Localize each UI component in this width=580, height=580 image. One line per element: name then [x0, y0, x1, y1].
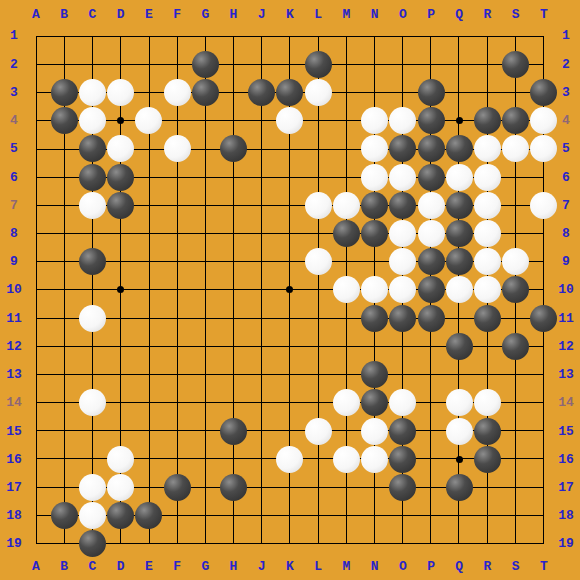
- point-D10[interactable]: [107, 276, 135, 304]
- point-L17[interactable]: [304, 473, 332, 501]
- point-C12[interactable]: [78, 332, 106, 360]
- point-Q19[interactable]: [445, 530, 473, 558]
- point-P4[interactable]: [417, 107, 445, 135]
- point-J4[interactable]: [248, 107, 276, 135]
- point-T2[interactable]: [530, 50, 558, 78]
- point-C5[interactable]: [78, 135, 106, 163]
- point-G5[interactable]: [191, 135, 219, 163]
- point-L7[interactable]: [304, 191, 332, 219]
- point-R13[interactable]: [473, 361, 501, 389]
- point-H1[interactable]: [219, 22, 247, 50]
- point-E17[interactable]: [135, 473, 163, 501]
- point-J16[interactable]: [248, 445, 276, 473]
- point-K4[interactable]: [276, 107, 304, 135]
- point-Q6[interactable]: [445, 163, 473, 191]
- point-J6[interactable]: [248, 163, 276, 191]
- point-G7[interactable]: [191, 191, 219, 219]
- point-Q4[interactable]: [445, 107, 473, 135]
- point-M1[interactable]: [332, 22, 360, 50]
- point-T16[interactable]: [530, 445, 558, 473]
- point-A7[interactable]: [22, 191, 50, 219]
- point-L14[interactable]: [304, 389, 332, 417]
- point-H4[interactable]: [219, 107, 247, 135]
- point-K2[interactable]: [276, 50, 304, 78]
- point-C19[interactable]: [78, 530, 106, 558]
- point-H2[interactable]: [219, 50, 247, 78]
- point-N3[interactable]: [361, 78, 389, 106]
- point-P6[interactable]: [417, 163, 445, 191]
- point-M13[interactable]: [332, 361, 360, 389]
- point-B18[interactable]: [50, 502, 78, 530]
- point-M15[interactable]: [332, 417, 360, 445]
- point-O12[interactable]: [389, 332, 417, 360]
- point-J9[interactable]: [248, 248, 276, 276]
- point-E8[interactable]: [135, 219, 163, 247]
- point-C3[interactable]: [78, 78, 106, 106]
- point-T11[interactable]: [530, 304, 558, 332]
- point-H13[interactable]: [219, 361, 247, 389]
- point-Q18[interactable]: [445, 502, 473, 530]
- point-K6[interactable]: [276, 163, 304, 191]
- point-H7[interactable]: [219, 191, 247, 219]
- point-B2[interactable]: [50, 50, 78, 78]
- point-T17[interactable]: [530, 473, 558, 501]
- point-F6[interactable]: [163, 163, 191, 191]
- point-D2[interactable]: [107, 50, 135, 78]
- point-N16[interactable]: [361, 445, 389, 473]
- point-G19[interactable]: [191, 530, 219, 558]
- point-J3[interactable]: [248, 78, 276, 106]
- point-D3[interactable]: [107, 78, 135, 106]
- point-Q16[interactable]: [445, 445, 473, 473]
- point-E16[interactable]: [135, 445, 163, 473]
- point-M16[interactable]: [332, 445, 360, 473]
- point-B13[interactable]: [50, 361, 78, 389]
- point-L3[interactable]: [304, 78, 332, 106]
- point-O6[interactable]: [389, 163, 417, 191]
- point-K1[interactable]: [276, 22, 304, 50]
- point-B4[interactable]: [50, 107, 78, 135]
- point-Q15[interactable]: [445, 417, 473, 445]
- point-E11[interactable]: [135, 304, 163, 332]
- point-Q12[interactable]: [445, 332, 473, 360]
- point-O2[interactable]: [389, 50, 417, 78]
- point-F15[interactable]: [163, 417, 191, 445]
- point-D5[interactable]: [107, 135, 135, 163]
- point-L19[interactable]: [304, 530, 332, 558]
- point-G17[interactable]: [191, 473, 219, 501]
- point-M2[interactable]: [332, 50, 360, 78]
- point-A4[interactable]: [22, 107, 50, 135]
- point-M8[interactable]: [332, 219, 360, 247]
- point-Q8[interactable]: [445, 219, 473, 247]
- point-R9[interactable]: [473, 248, 501, 276]
- point-A8[interactable]: [22, 219, 50, 247]
- point-S19[interactable]: [502, 530, 530, 558]
- point-F4[interactable]: [163, 107, 191, 135]
- point-K12[interactable]: [276, 332, 304, 360]
- point-C13[interactable]: [78, 361, 106, 389]
- point-S12[interactable]: [502, 332, 530, 360]
- point-T14[interactable]: [530, 389, 558, 417]
- point-L11[interactable]: [304, 304, 332, 332]
- point-S7[interactable]: [502, 191, 530, 219]
- point-D7[interactable]: [107, 191, 135, 219]
- point-M19[interactable]: [332, 530, 360, 558]
- point-K3[interactable]: [276, 78, 304, 106]
- point-S16[interactable]: [502, 445, 530, 473]
- point-J14[interactable]: [248, 389, 276, 417]
- point-T18[interactable]: [530, 502, 558, 530]
- point-A3[interactable]: [22, 78, 50, 106]
- point-J2[interactable]: [248, 50, 276, 78]
- point-T9[interactable]: [530, 248, 558, 276]
- point-K9[interactable]: [276, 248, 304, 276]
- point-J10[interactable]: [248, 276, 276, 304]
- point-H19[interactable]: [219, 530, 247, 558]
- point-G9[interactable]: [191, 248, 219, 276]
- point-D16[interactable]: [107, 445, 135, 473]
- point-R8[interactable]: [473, 219, 501, 247]
- point-T15[interactable]: [530, 417, 558, 445]
- point-S15[interactable]: [502, 417, 530, 445]
- point-G11[interactable]: [191, 304, 219, 332]
- point-D1[interactable]: [107, 22, 135, 50]
- point-S2[interactable]: [502, 50, 530, 78]
- point-G10[interactable]: [191, 276, 219, 304]
- point-C9[interactable]: [78, 248, 106, 276]
- point-O3[interactable]: [389, 78, 417, 106]
- point-T1[interactable]: [530, 22, 558, 50]
- point-N14[interactable]: [361, 389, 389, 417]
- point-G2[interactable]: [191, 50, 219, 78]
- point-D12[interactable]: [107, 332, 135, 360]
- point-J18[interactable]: [248, 502, 276, 530]
- point-D11[interactable]: [107, 304, 135, 332]
- point-Q17[interactable]: [445, 473, 473, 501]
- point-L2[interactable]: [304, 50, 332, 78]
- point-Q11[interactable]: [445, 304, 473, 332]
- point-S1[interactable]: [502, 22, 530, 50]
- point-G18[interactable]: [191, 502, 219, 530]
- point-O7[interactable]: [389, 191, 417, 219]
- point-F11[interactable]: [163, 304, 191, 332]
- point-K10[interactable]: [276, 276, 304, 304]
- point-C7[interactable]: [78, 191, 106, 219]
- point-Q9[interactable]: [445, 248, 473, 276]
- point-Q3[interactable]: [445, 78, 473, 106]
- point-R14[interactable]: [473, 389, 501, 417]
- point-T13[interactable]: [530, 361, 558, 389]
- point-K17[interactable]: [276, 473, 304, 501]
- point-L10[interactable]: [304, 276, 332, 304]
- point-F12[interactable]: [163, 332, 191, 360]
- point-M11[interactable]: [332, 304, 360, 332]
- point-L1[interactable]: [304, 22, 332, 50]
- point-R19[interactable]: [473, 530, 501, 558]
- point-K14[interactable]: [276, 389, 304, 417]
- point-O15[interactable]: [389, 417, 417, 445]
- point-S5[interactable]: [502, 135, 530, 163]
- point-K7[interactable]: [276, 191, 304, 219]
- point-O18[interactable]: [389, 502, 417, 530]
- point-H8[interactable]: [219, 219, 247, 247]
- point-T7[interactable]: [530, 191, 558, 219]
- point-K13[interactable]: [276, 361, 304, 389]
- point-P1[interactable]: [417, 22, 445, 50]
- point-A1[interactable]: [22, 22, 50, 50]
- point-O19[interactable]: [389, 530, 417, 558]
- point-S11[interactable]: [502, 304, 530, 332]
- point-J15[interactable]: [248, 417, 276, 445]
- point-M18[interactable]: [332, 502, 360, 530]
- point-F7[interactable]: [163, 191, 191, 219]
- point-F10[interactable]: [163, 276, 191, 304]
- point-P3[interactable]: [417, 78, 445, 106]
- point-L4[interactable]: [304, 107, 332, 135]
- point-G15[interactable]: [191, 417, 219, 445]
- point-B16[interactable]: [50, 445, 78, 473]
- point-T6[interactable]: [530, 163, 558, 191]
- point-A14[interactable]: [22, 389, 50, 417]
- point-P5[interactable]: [417, 135, 445, 163]
- point-A6[interactable]: [22, 163, 50, 191]
- point-A11[interactable]: [22, 304, 50, 332]
- point-P12[interactable]: [417, 332, 445, 360]
- point-O10[interactable]: [389, 276, 417, 304]
- point-E10[interactable]: [135, 276, 163, 304]
- point-E19[interactable]: [135, 530, 163, 558]
- point-G16[interactable]: [191, 445, 219, 473]
- point-B14[interactable]: [50, 389, 78, 417]
- point-N13[interactable]: [361, 361, 389, 389]
- point-F14[interactable]: [163, 389, 191, 417]
- point-E9[interactable]: [135, 248, 163, 276]
- point-P8[interactable]: [417, 219, 445, 247]
- point-S4[interactable]: [502, 107, 530, 135]
- point-R3[interactable]: [473, 78, 501, 106]
- point-B5[interactable]: [50, 135, 78, 163]
- point-J5[interactable]: [248, 135, 276, 163]
- point-N7[interactable]: [361, 191, 389, 219]
- point-R18[interactable]: [473, 502, 501, 530]
- point-H3[interactable]: [219, 78, 247, 106]
- point-N12[interactable]: [361, 332, 389, 360]
- point-T12[interactable]: [530, 332, 558, 360]
- point-J8[interactable]: [248, 219, 276, 247]
- point-C14[interactable]: [78, 389, 106, 417]
- point-H9[interactable]: [219, 248, 247, 276]
- point-S14[interactable]: [502, 389, 530, 417]
- point-N18[interactable]: [361, 502, 389, 530]
- point-P19[interactable]: [417, 530, 445, 558]
- point-N5[interactable]: [361, 135, 389, 163]
- point-Q10[interactable]: [445, 276, 473, 304]
- point-A13[interactable]: [22, 361, 50, 389]
- point-R10[interactable]: [473, 276, 501, 304]
- point-D8[interactable]: [107, 219, 135, 247]
- point-M4[interactable]: [332, 107, 360, 135]
- point-P16[interactable]: [417, 445, 445, 473]
- point-P9[interactable]: [417, 248, 445, 276]
- point-F17[interactable]: [163, 473, 191, 501]
- point-B10[interactable]: [50, 276, 78, 304]
- point-L15[interactable]: [304, 417, 332, 445]
- point-H18[interactable]: [219, 502, 247, 530]
- point-L13[interactable]: [304, 361, 332, 389]
- point-O14[interactable]: [389, 389, 417, 417]
- point-E14[interactable]: [135, 389, 163, 417]
- point-K19[interactable]: [276, 530, 304, 558]
- point-M10[interactable]: [332, 276, 360, 304]
- point-M7[interactable]: [332, 191, 360, 219]
- point-G8[interactable]: [191, 219, 219, 247]
- point-N4[interactable]: [361, 107, 389, 135]
- point-P13[interactable]: [417, 361, 445, 389]
- point-J19[interactable]: [248, 530, 276, 558]
- point-N6[interactable]: [361, 163, 389, 191]
- point-C10[interactable]: [78, 276, 106, 304]
- point-Q14[interactable]: [445, 389, 473, 417]
- point-S17[interactable]: [502, 473, 530, 501]
- point-H12[interactable]: [219, 332, 247, 360]
- point-M3[interactable]: [332, 78, 360, 106]
- point-P11[interactable]: [417, 304, 445, 332]
- point-A19[interactable]: [22, 530, 50, 558]
- point-G13[interactable]: [191, 361, 219, 389]
- point-P10[interactable]: [417, 276, 445, 304]
- point-N19[interactable]: [361, 530, 389, 558]
- point-O4[interactable]: [389, 107, 417, 135]
- point-M12[interactable]: [332, 332, 360, 360]
- point-B3[interactable]: [50, 78, 78, 106]
- point-H6[interactable]: [219, 163, 247, 191]
- point-L18[interactable]: [304, 502, 332, 530]
- point-T8[interactable]: [530, 219, 558, 247]
- point-G3[interactable]: [191, 78, 219, 106]
- point-D15[interactable]: [107, 417, 135, 445]
- point-H14[interactable]: [219, 389, 247, 417]
- point-R17[interactable]: [473, 473, 501, 501]
- point-E5[interactable]: [135, 135, 163, 163]
- point-T3[interactable]: [530, 78, 558, 106]
- point-H10[interactable]: [219, 276, 247, 304]
- point-C8[interactable]: [78, 219, 106, 247]
- point-J11[interactable]: [248, 304, 276, 332]
- point-M5[interactable]: [332, 135, 360, 163]
- point-O16[interactable]: [389, 445, 417, 473]
- point-O13[interactable]: [389, 361, 417, 389]
- point-O9[interactable]: [389, 248, 417, 276]
- point-C15[interactable]: [78, 417, 106, 445]
- point-R6[interactable]: [473, 163, 501, 191]
- point-F9[interactable]: [163, 248, 191, 276]
- point-T4[interactable]: [530, 107, 558, 135]
- point-M9[interactable]: [332, 248, 360, 276]
- point-C16[interactable]: [78, 445, 106, 473]
- point-M17[interactable]: [332, 473, 360, 501]
- point-N15[interactable]: [361, 417, 389, 445]
- point-J1[interactable]: [248, 22, 276, 50]
- point-B8[interactable]: [50, 219, 78, 247]
- point-N8[interactable]: [361, 219, 389, 247]
- point-R1[interactable]: [473, 22, 501, 50]
- point-G4[interactable]: [191, 107, 219, 135]
- point-R16[interactable]: [473, 445, 501, 473]
- point-A2[interactable]: [22, 50, 50, 78]
- point-F3[interactable]: [163, 78, 191, 106]
- point-S10[interactable]: [502, 276, 530, 304]
- point-P2[interactable]: [417, 50, 445, 78]
- point-T19[interactable]: [530, 530, 558, 558]
- point-S13[interactable]: [502, 361, 530, 389]
- point-H11[interactable]: [219, 304, 247, 332]
- point-B12[interactable]: [50, 332, 78, 360]
- point-O11[interactable]: [389, 304, 417, 332]
- point-C4[interactable]: [78, 107, 106, 135]
- point-Q2[interactable]: [445, 50, 473, 78]
- point-L6[interactable]: [304, 163, 332, 191]
- point-K11[interactable]: [276, 304, 304, 332]
- point-K18[interactable]: [276, 502, 304, 530]
- point-O17[interactable]: [389, 473, 417, 501]
- point-H17[interactable]: [219, 473, 247, 501]
- point-L12[interactable]: [304, 332, 332, 360]
- point-J7[interactable]: [248, 191, 276, 219]
- point-C11[interactable]: [78, 304, 106, 332]
- point-F13[interactable]: [163, 361, 191, 389]
- point-P17[interactable]: [417, 473, 445, 501]
- point-C18[interactable]: [78, 502, 106, 530]
- point-N1[interactable]: [361, 22, 389, 50]
- point-D19[interactable]: [107, 530, 135, 558]
- point-E2[interactable]: [135, 50, 163, 78]
- point-F16[interactable]: [163, 445, 191, 473]
- point-A12[interactable]: [22, 332, 50, 360]
- point-C17[interactable]: [78, 473, 106, 501]
- point-K16[interactable]: [276, 445, 304, 473]
- point-B19[interactable]: [50, 530, 78, 558]
- point-R11[interactable]: [473, 304, 501, 332]
- point-E13[interactable]: [135, 361, 163, 389]
- point-E3[interactable]: [135, 78, 163, 106]
- point-G6[interactable]: [191, 163, 219, 191]
- point-E12[interactable]: [135, 332, 163, 360]
- point-H16[interactable]: [219, 445, 247, 473]
- point-D18[interactable]: [107, 502, 135, 530]
- point-R12[interactable]: [473, 332, 501, 360]
- point-L5[interactable]: [304, 135, 332, 163]
- point-E18[interactable]: [135, 502, 163, 530]
- point-C1[interactable]: [78, 22, 106, 50]
- point-J12[interactable]: [248, 332, 276, 360]
- point-L9[interactable]: [304, 248, 332, 276]
- point-E6[interactable]: [135, 163, 163, 191]
- point-A15[interactable]: [22, 417, 50, 445]
- point-M6[interactable]: [332, 163, 360, 191]
- point-Q1[interactable]: [445, 22, 473, 50]
- point-D9[interactable]: [107, 248, 135, 276]
- point-H15[interactable]: [219, 417, 247, 445]
- point-A9[interactable]: [22, 248, 50, 276]
- point-D17[interactable]: [107, 473, 135, 501]
- point-E7[interactable]: [135, 191, 163, 219]
- point-C2[interactable]: [78, 50, 106, 78]
- point-F8[interactable]: [163, 219, 191, 247]
- point-R15[interactable]: [473, 417, 501, 445]
- point-F18[interactable]: [163, 502, 191, 530]
- point-O8[interactable]: [389, 219, 417, 247]
